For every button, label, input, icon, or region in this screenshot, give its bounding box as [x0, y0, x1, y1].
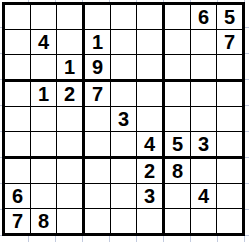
sudoku-cell-r2c4[interactable]: 1 — [85, 30, 111, 55]
sudoku-cell-r8c6[interactable]: 3 — [137, 184, 165, 209]
sudoku-cell-r3c6[interactable] — [137, 55, 165, 82]
sudoku-cell-r2c6[interactable] — [137, 30, 165, 55]
sudoku-cell-r6c9[interactable] — [217, 132, 242, 159]
sudoku-cell-r8c8[interactable]: 4 — [191, 184, 217, 209]
sudoku-cell-r4c9[interactable] — [217, 82, 242, 107]
sudoku-board: 654171912734532863478 — [2, 2, 245, 236]
sudoku-cell-r8c3[interactable] — [57, 184, 85, 209]
sudoku-cell-r3c8[interactable] — [191, 55, 217, 82]
sudoku-cell-r6c2[interactable] — [31, 132, 57, 159]
sudoku-cell-r4c1[interactable] — [5, 82, 31, 107]
sudoku-cell-r5c9[interactable] — [217, 107, 242, 132]
sudoku-cell-r1c6[interactable] — [137, 5, 165, 30]
sudoku-cell-r4c5[interactable] — [111, 82, 137, 107]
sudoku-cell-r5c6[interactable] — [137, 107, 165, 132]
sudoku-cell-r7c7[interactable]: 8 — [165, 159, 191, 184]
sudoku-cell-r2c3[interactable] — [57, 30, 85, 55]
sudoku-cell-r7c5[interactable] — [111, 159, 137, 184]
sudoku-cell-r1c8[interactable]: 6 — [191, 5, 217, 30]
sudoku-cell-r4c8[interactable] — [191, 82, 217, 107]
sudoku-cell-r6c1[interactable] — [5, 132, 31, 159]
sudoku-cell-r6c3[interactable] — [57, 132, 85, 159]
sudoku-cell-r9c7[interactable] — [165, 209, 191, 233]
sudoku-cell-r4c7[interactable] — [165, 82, 191, 107]
sudoku-cell-r3c3[interactable]: 1 — [57, 55, 85, 82]
sudoku-cell-r2c1[interactable] — [5, 30, 31, 55]
sudoku-cell-r9c4[interactable] — [85, 209, 111, 233]
sudoku-cell-r8c2[interactable] — [31, 184, 57, 209]
sudoku-cell-r5c7[interactable] — [165, 107, 191, 132]
sudoku-cell-r2c5[interactable] — [111, 30, 137, 55]
sudoku-cell-r2c7[interactable] — [165, 30, 191, 55]
sudoku-cell-r5c4[interactable] — [85, 107, 111, 132]
sudoku-cell-r6c5[interactable] — [111, 132, 137, 159]
sudoku-cell-r7c6[interactable]: 2 — [137, 159, 165, 184]
sudoku-cell-r9c1[interactable]: 7 — [5, 209, 31, 233]
sudoku-cell-r1c5[interactable] — [111, 5, 137, 30]
sudoku-cell-r5c3[interactable] — [57, 107, 85, 132]
sudoku-cell-r1c9[interactable]: 5 — [217, 5, 242, 30]
sudoku-cell-r5c2[interactable] — [31, 107, 57, 132]
sudoku-cell-r2c8[interactable] — [191, 30, 217, 55]
sudoku-cell-r4c4[interactable]: 7 — [85, 82, 111, 107]
sudoku-cell-r8c7[interactable] — [165, 184, 191, 209]
sudoku-cell-r4c6[interactable] — [137, 82, 165, 107]
sudoku-cell-r6c8[interactable]: 3 — [191, 132, 217, 159]
sudoku-cell-r7c8[interactable] — [191, 159, 217, 184]
sudoku-cell-r7c2[interactable] — [31, 159, 57, 184]
sudoku-cell-r8c4[interactable] — [85, 184, 111, 209]
sudoku-cell-r3c7[interactable] — [165, 55, 191, 82]
sudoku-cell-r3c2[interactable] — [31, 55, 57, 82]
sudoku-cell-r7c3[interactable] — [57, 159, 85, 184]
sudoku-cell-r8c1[interactable]: 6 — [5, 184, 31, 209]
sudoku-cell-r1c2[interactable] — [31, 5, 57, 30]
sudoku-cell-r6c4[interactable] — [85, 132, 111, 159]
sudoku-cell-r2c9[interactable]: 7 — [217, 30, 242, 55]
sudoku-cell-r1c7[interactable] — [165, 5, 191, 30]
sudoku-cell-r5c5[interactable]: 3 — [111, 107, 137, 132]
sudoku-cell-r9c2[interactable]: 8 — [31, 209, 57, 233]
sudoku-cell-r3c1[interactable] — [5, 55, 31, 82]
sudoku-cell-r9c9[interactable] — [217, 209, 242, 233]
sudoku-cell-r9c6[interactable] — [137, 209, 165, 233]
sudoku-cell-r9c3[interactable] — [57, 209, 85, 233]
sudoku-cell-r4c3[interactable]: 2 — [57, 82, 85, 107]
sudoku-cell-r8c9[interactable] — [217, 184, 242, 209]
sudoku-cell-r2c2[interactable]: 4 — [31, 30, 57, 55]
sudoku-cell-r6c6[interactable]: 4 — [137, 132, 165, 159]
sudoku-cell-r5c1[interactable] — [5, 107, 31, 132]
sudoku-cell-r3c9[interactable] — [217, 55, 242, 82]
sudoku-cell-r4c2[interactable]: 1 — [31, 82, 57, 107]
sudoku-cell-r6c7[interactable]: 5 — [165, 132, 191, 159]
sudoku-cell-r7c1[interactable] — [5, 159, 31, 184]
sudoku-cell-r7c9[interactable] — [217, 159, 242, 184]
sudoku-cell-r1c3[interactable] — [57, 5, 85, 30]
sudoku-cell-r8c5[interactable] — [111, 184, 137, 209]
sudoku-cell-r9c8[interactable] — [191, 209, 217, 233]
sudoku-cell-r9c5[interactable] — [111, 209, 137, 233]
sudoku-cell-r3c5[interactable] — [111, 55, 137, 82]
sudoku-cell-r7c4[interactable] — [85, 159, 111, 184]
sudoku-cell-r3c4[interactable]: 9 — [85, 55, 111, 82]
sudoku-cell-r1c4[interactable] — [85, 5, 111, 30]
sudoku-cell-r1c1[interactable] — [5, 5, 31, 30]
sudoku-cell-r5c8[interactable] — [191, 107, 217, 132]
